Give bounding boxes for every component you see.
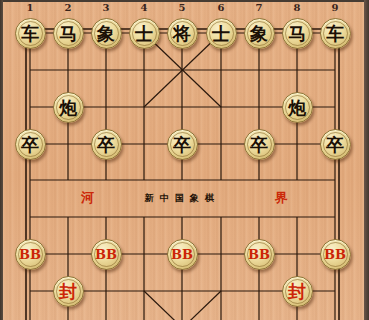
piece-glyph: 炮 — [288, 98, 306, 117]
piece-black-advisor[interactable]: 士 — [206, 18, 237, 49]
column-label-1: 1 — [22, 2, 38, 13]
piece-glyph: BB — [171, 247, 193, 261]
xiangqi-board: 123456789 河 新中国象棋 界 车马象士将士象马车炮炮卒卒卒卒卒BBBB… — [0, 0, 369, 320]
piece-black-soldier[interactable]: 卒 — [320, 129, 351, 160]
piece-black-chariot[interactable]: 车 — [15, 18, 46, 49]
piece-black-elephant[interactable]: 象 — [244, 18, 275, 49]
piece-red-cannon[interactable]: 封 — [53, 276, 84, 307]
piece-red-cannon[interactable]: 封 — [282, 276, 313, 307]
piece-black-soldier[interactable]: 卒 — [244, 129, 275, 160]
piece-black-chariot[interactable]: 车 — [320, 18, 351, 49]
window-frame-right — [364, 0, 369, 320]
piece-black-soldier[interactable]: 卒 — [167, 129, 198, 160]
piece-red-soldier[interactable]: BB — [91, 239, 122, 270]
piece-glyph: 士 — [135, 24, 153, 43]
piece-glyph: 封 — [59, 282, 77, 301]
piece-glyph: 马 — [59, 24, 77, 43]
piece-glyph: 卒 — [21, 135, 39, 154]
column-label-8: 8 — [289, 2, 305, 13]
piece-black-horse[interactable]: 马 — [282, 18, 313, 49]
piece-black-horse[interactable]: 马 — [53, 18, 84, 49]
piece-glyph: 卒 — [326, 135, 344, 154]
piece-black-cannon[interactable]: 炮 — [282, 92, 313, 123]
river-label-jie: 界 — [275, 190, 288, 206]
piece-glyph: 卒 — [250, 135, 268, 154]
river-label-he: 河 — [81, 190, 94, 206]
piece-glyph: 封 — [288, 282, 306, 301]
piece-glyph: 车 — [21, 24, 39, 43]
column-label-7: 7 — [251, 2, 267, 13]
piece-glyph: BB — [19, 247, 41, 261]
column-label-4: 4 — [136, 2, 152, 13]
piece-glyph: BB — [324, 247, 346, 261]
column-label-2: 2 — [60, 2, 76, 13]
piece-red-soldier[interactable]: BB — [320, 239, 351, 270]
piece-glyph: 车 — [326, 24, 344, 43]
river-title: 新中国象棋 — [145, 190, 220, 206]
piece-glyph: 士 — [212, 24, 230, 43]
piece-red-soldier[interactable]: BB — [15, 239, 46, 270]
piece-glyph: 象 — [250, 24, 268, 43]
piece-glyph: 象 — [97, 24, 115, 43]
piece-black-general[interactable]: 将 — [167, 18, 198, 49]
window-frame-left — [0, 0, 3, 320]
piece-black-cannon[interactable]: 炮 — [53, 92, 84, 123]
piece-glyph: BB — [95, 247, 117, 261]
window-frame-top — [0, 0, 369, 2]
column-label-3: 3 — [98, 2, 114, 13]
piece-black-soldier[interactable]: 卒 — [15, 129, 46, 160]
piece-black-soldier[interactable]: 卒 — [91, 129, 122, 160]
piece-black-advisor[interactable]: 士 — [129, 18, 160, 49]
piece-glyph: BB — [248, 247, 270, 261]
column-label-6: 6 — [213, 2, 229, 13]
piece-glyph: 卒 — [97, 135, 115, 154]
piece-red-soldier[interactable]: BB — [167, 239, 198, 270]
piece-black-elephant[interactable]: 象 — [91, 18, 122, 49]
column-label-5: 5 — [174, 2, 190, 13]
piece-glyph: 卒 — [173, 135, 191, 154]
piece-red-soldier[interactable]: BB — [244, 239, 275, 270]
piece-glyph: 将 — [173, 24, 191, 43]
piece-glyph: 马 — [288, 24, 306, 43]
column-label-9: 9 — [327, 2, 343, 13]
piece-glyph: 炮 — [59, 98, 77, 117]
